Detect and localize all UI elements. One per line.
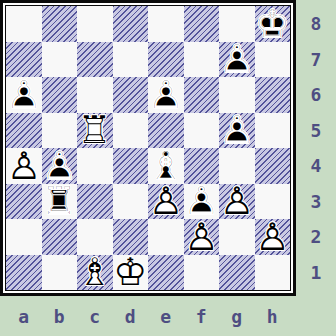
file-label-h: h (255, 296, 291, 336)
square-b7[interactable] (42, 42, 78, 78)
square-c3[interactable] (77, 184, 113, 220)
square-g5[interactable]: ♟♙ (219, 113, 255, 149)
piece-white-rook-c5[interactable]: ♜♖ (77, 113, 113, 149)
pawn-glyph-outline: ♙ (148, 184, 184, 220)
square-g7[interactable]: ♟♙ (219, 42, 255, 78)
square-h7[interactable] (255, 42, 291, 78)
piece-white-king-d1[interactable]: ♚♔ (113, 255, 149, 291)
square-d7[interactable] (113, 42, 149, 78)
file-label-f: f (184, 296, 220, 336)
file-label-e: e (148, 296, 184, 336)
rook-glyph-outline: ♖ (42, 184, 78, 220)
pawn-glyph-outline: ♙ (219, 184, 255, 220)
square-g6[interactable] (219, 77, 255, 113)
piece-black-pawn-a6[interactable]: ♟♙ (6, 77, 42, 113)
piece-black-pawn-f3[interactable]: ♟♙ (184, 184, 220, 220)
piece-white-pawn-a4[interactable]: ♟♙ (6, 148, 42, 184)
file-label-c: c (77, 296, 113, 336)
square-e8[interactable] (148, 6, 184, 42)
square-e6[interactable]: ♟♙ (148, 77, 184, 113)
square-f2[interactable]: ♟♙ (184, 219, 220, 255)
square-d5[interactable] (113, 113, 149, 149)
bishop-glyph-outline: ♗ (148, 148, 184, 184)
square-b8[interactable] (42, 6, 78, 42)
square-b3[interactable]: ♜♖ (42, 184, 78, 220)
rank-labels: 87654321 (297, 6, 335, 290)
square-b5[interactable] (42, 113, 78, 149)
square-d8[interactable] (113, 6, 149, 42)
square-h2[interactable]: ♟♙ (255, 219, 291, 255)
square-c2[interactable] (77, 219, 113, 255)
file-label-a: a (6, 296, 42, 336)
rank-label-3: 3 (297, 184, 335, 220)
square-f4[interactable] (184, 148, 220, 184)
square-c8[interactable] (77, 6, 113, 42)
square-a7[interactable] (6, 42, 42, 78)
piece-black-pawn-e6[interactable]: ♟♙ (148, 77, 184, 113)
king-glyph-outline: ♔ (255, 6, 291, 42)
square-a2[interactable] (6, 219, 42, 255)
pawn-glyph-outline: ♙ (148, 77, 184, 113)
piece-black-pawn-g7[interactable]: ♟♙ (219, 42, 255, 78)
piece-black-rook-b3[interactable]: ♜♖ (42, 184, 78, 220)
piece-white-bishop-c1[interactable]: ♝♗ (77, 255, 113, 291)
piece-black-pawn-g5[interactable]: ♟♙ (219, 113, 255, 149)
pawn-glyph-outline: ♙ (219, 42, 255, 78)
square-c1[interactable]: ♝♗ (77, 255, 113, 291)
square-d6[interactable] (113, 77, 149, 113)
pawn-glyph-outline: ♙ (184, 184, 220, 220)
file-labels: abcdefgh (6, 296, 290, 336)
rook-glyph-outline: ♖ (77, 113, 113, 149)
square-d2[interactable] (113, 219, 149, 255)
square-d3[interactable] (113, 184, 149, 220)
chess-diagram: ♚♔♟♙♟♙♟♙♜♖♟♙♟♙♟♙♝♗♜♖♟♙♟♙♟♙♟♙♟♙♝♗♚♔ 87654… (0, 0, 336, 336)
square-b6[interactable] (42, 77, 78, 113)
pawn-glyph-outline: ♙ (6, 148, 42, 184)
square-f1[interactable] (184, 255, 220, 291)
rank-label-1: 1 (297, 255, 335, 291)
pawn-glyph-outline: ♙ (219, 113, 255, 149)
square-c7[interactable] (77, 42, 113, 78)
square-h8[interactable]: ♚♔ (255, 6, 291, 42)
square-g1[interactable] (219, 255, 255, 291)
file-label-g: g (219, 296, 255, 336)
square-b1[interactable] (42, 255, 78, 291)
square-e4[interactable]: ♝♗ (148, 148, 184, 184)
square-f5[interactable] (184, 113, 220, 149)
square-g2[interactable] (219, 219, 255, 255)
square-e5[interactable] (148, 113, 184, 149)
square-h3[interactable] (255, 184, 291, 220)
bishop-glyph-outline: ♗ (77, 255, 113, 291)
square-d1[interactable]: ♚♔ (113, 255, 149, 291)
piece-white-pawn-f2[interactable]: ♟♙ (184, 219, 220, 255)
pawn-glyph-outline: ♙ (255, 219, 291, 255)
square-a4[interactable]: ♟♙ (6, 148, 42, 184)
square-e3[interactable]: ♟♙ (148, 184, 184, 220)
square-e2[interactable] (148, 219, 184, 255)
square-a6[interactable]: ♟♙ (6, 77, 42, 113)
rank-label-5: 5 (297, 113, 335, 149)
square-f6[interactable] (184, 77, 220, 113)
rank-label-7: 7 (297, 42, 335, 78)
square-b2[interactable] (42, 219, 78, 255)
square-h1[interactable] (255, 255, 291, 291)
square-c5[interactable]: ♜♖ (77, 113, 113, 149)
rank-label-4: 4 (297, 148, 335, 184)
piece-white-pawn-e3[interactable]: ♟♙ (148, 184, 184, 220)
square-f3[interactable]: ♟♙ (184, 184, 220, 220)
rank-label-8: 8 (297, 6, 335, 42)
square-d4[interactable] (113, 148, 149, 184)
square-h5[interactable] (255, 113, 291, 149)
square-f7[interactable] (184, 42, 220, 78)
rank-label-2: 2 (297, 219, 335, 255)
rank-label-6: 6 (297, 77, 335, 113)
square-a8[interactable] (6, 6, 42, 42)
pawn-glyph-outline: ♙ (6, 77, 42, 113)
pawn-glyph-outline: ♙ (42, 148, 78, 184)
square-h6[interactable] (255, 77, 291, 113)
square-g8[interactable] (219, 6, 255, 42)
square-h4[interactable] (255, 148, 291, 184)
square-c4[interactable] (77, 148, 113, 184)
square-c6[interactable] (77, 77, 113, 113)
square-g4[interactable] (219, 148, 255, 184)
piece-black-king-h8[interactable]: ♚♔ (255, 6, 291, 42)
square-g3[interactable]: ♟♙ (219, 184, 255, 220)
pawn-glyph-outline: ♙ (184, 219, 220, 255)
file-label-b: b (42, 296, 78, 336)
square-f8[interactable] (184, 6, 220, 42)
square-a5[interactable] (6, 113, 42, 149)
square-e1[interactable] (148, 255, 184, 291)
piece-white-pawn-g3[interactable]: ♟♙ (219, 184, 255, 220)
file-label-d: d (113, 296, 149, 336)
square-a1[interactable] (6, 255, 42, 291)
square-b4[interactable]: ♟♙ (42, 148, 78, 184)
chess-board: ♚♔♟♙♟♙♟♙♜♖♟♙♟♙♟♙♝♗♜♖♟♙♟♙♟♙♟♙♟♙♝♗♚♔ (5, 5, 291, 291)
piece-white-pawn-h2[interactable]: ♟♙ (255, 219, 291, 255)
king-glyph-outline: ♔ (113, 255, 149, 291)
piece-black-pawn-b4[interactable]: ♟♙ (42, 148, 78, 184)
board-frame: ♚♔♟♙♟♙♟♙♜♖♟♙♟♙♟♙♝♗♜♖♟♙♟♙♟♙♟♙♟♙♝♗♚♔ (0, 0, 296, 296)
piece-black-bishop-e4[interactable]: ♝♗ (148, 148, 184, 184)
square-e7[interactable] (148, 42, 184, 78)
square-a3[interactable] (6, 184, 42, 220)
